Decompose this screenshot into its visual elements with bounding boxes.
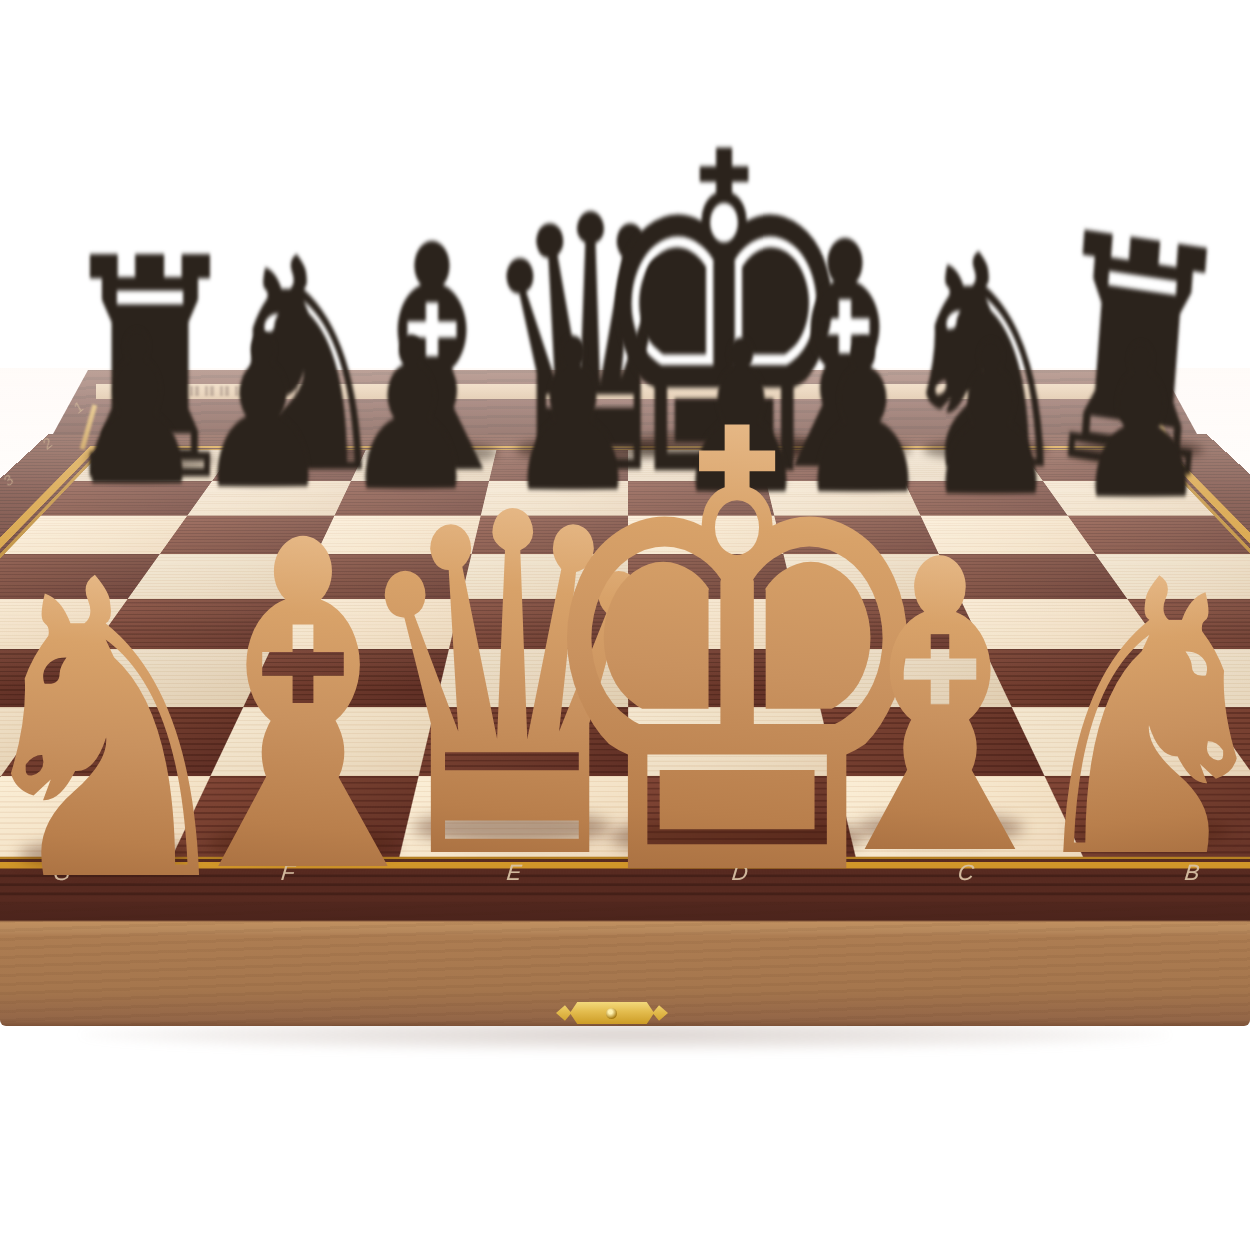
black-pawn-a2: ♟ <box>1073 319 1209 529</box>
pieces-layer: ♜♞♝♛♚♝♞♜♟♟♟♟♟♟♟♟♞♝♛♚♝♞ <box>0 0 1250 1250</box>
chess-set-photo: G F E D C B 1 2 3 ♜♞♝♛♚♝♞♜♟♟♟♟♟♟♟♟♞♝♛♚♝♞ <box>0 0 1250 1250</box>
light-knight-b8: ♞ <box>1014 531 1250 910</box>
